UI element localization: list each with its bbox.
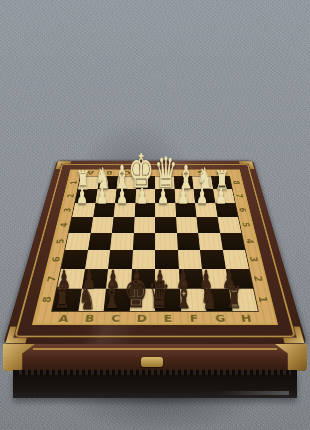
hinge-ridge bbox=[19, 370, 291, 375]
storage-box-base bbox=[13, 370, 297, 398]
chess-set-photo: ABCDEFGH ABCDEFGH 12345678 87654321 ♜♞♝♚… bbox=[0, 0, 310, 430]
board-square bbox=[115, 189, 136, 203]
board-square bbox=[204, 289, 232, 311]
rank-label: 5 bbox=[46, 236, 73, 246]
rank-label: 4 bbox=[237, 236, 264, 246]
board-square bbox=[177, 233, 200, 250]
rank-label: 5 bbox=[234, 220, 260, 229]
rank-label: 3 bbox=[240, 254, 268, 265]
board-square bbox=[155, 189, 175, 203]
rank-label: 1 bbox=[248, 293, 279, 306]
file-labels-near: ABCDEFGH bbox=[49, 311, 261, 325]
rank-label: 6 bbox=[231, 206, 256, 215]
board-square bbox=[175, 203, 197, 218]
file-label: D bbox=[136, 170, 155, 177]
board-square bbox=[95, 189, 116, 203]
rank-label: 3 bbox=[54, 206, 79, 215]
board-square bbox=[202, 269, 229, 289]
rank-label: 2 bbox=[58, 192, 82, 200]
rank-label: 4 bbox=[50, 220, 76, 229]
board-square bbox=[134, 203, 155, 218]
file-label: B bbox=[99, 170, 118, 177]
rank-label: 7 bbox=[228, 192, 252, 200]
rank-label: 1 bbox=[62, 179, 85, 186]
board-square bbox=[108, 250, 132, 269]
board-square bbox=[78, 289, 106, 311]
board-square bbox=[192, 176, 213, 189]
file-label: B bbox=[76, 311, 104, 325]
board-square bbox=[177, 250, 201, 269]
file-label: A bbox=[49, 311, 78, 325]
board-square bbox=[136, 176, 155, 189]
file-label: H bbox=[232, 311, 261, 325]
rank-label: 8 bbox=[31, 293, 62, 306]
board-square bbox=[112, 217, 134, 233]
board-square bbox=[195, 203, 217, 218]
board-square bbox=[97, 176, 118, 189]
board-square bbox=[155, 250, 178, 269]
brass-latch-icon bbox=[141, 357, 163, 367]
board-square bbox=[193, 189, 214, 203]
board-square bbox=[104, 289, 131, 311]
box-edge-highlight bbox=[219, 391, 289, 395]
board-square bbox=[174, 176, 194, 189]
board-square bbox=[132, 250, 155, 269]
board-square bbox=[114, 203, 136, 218]
board-square bbox=[155, 269, 180, 289]
file-label: C bbox=[102, 311, 129, 325]
board-square bbox=[88, 233, 112, 250]
board-square bbox=[155, 203, 176, 218]
file-label: H bbox=[210, 170, 230, 177]
file-label: G bbox=[191, 170, 210, 177]
board-square bbox=[117, 176, 137, 189]
board-square bbox=[133, 217, 155, 233]
board-square bbox=[130, 269, 155, 289]
board-square bbox=[178, 269, 204, 289]
board-square bbox=[200, 250, 225, 269]
file-label: E bbox=[155, 170, 174, 177]
gold-pinstripe bbox=[33, 348, 277, 350]
board-square bbox=[133, 233, 155, 250]
board-square bbox=[196, 217, 219, 233]
board-square bbox=[135, 189, 155, 203]
board-square bbox=[155, 233, 177, 250]
board-square bbox=[155, 176, 174, 189]
board-square bbox=[180, 289, 207, 311]
board-square bbox=[176, 217, 198, 233]
file-label: G bbox=[206, 311, 234, 325]
board-square bbox=[110, 233, 133, 250]
file-label: C bbox=[118, 170, 137, 177]
board-square bbox=[93, 203, 115, 218]
rank-label: 6 bbox=[41, 254, 69, 265]
file-labels-far: ABCDEFGH bbox=[81, 170, 230, 177]
board-squares bbox=[52, 176, 258, 311]
file-label: E bbox=[155, 311, 181, 325]
board-square bbox=[155, 217, 177, 233]
board-square bbox=[90, 217, 113, 233]
chess-board: ABCDEFGH ABCDEFGH 12345678 87654321 bbox=[3, 161, 307, 345]
file-label: A bbox=[81, 170, 101, 177]
file-label: F bbox=[181, 311, 208, 325]
rank-label: 7 bbox=[36, 273, 66, 285]
file-label: D bbox=[129, 311, 155, 325]
board-square bbox=[85, 250, 110, 269]
board-square bbox=[106, 269, 132, 289]
board-square bbox=[198, 233, 222, 250]
board-square bbox=[81, 269, 108, 289]
rank-label: 2 bbox=[244, 273, 274, 285]
board-square bbox=[129, 289, 155, 311]
board-square bbox=[174, 189, 195, 203]
rank-label: 8 bbox=[226, 179, 249, 186]
board-square bbox=[155, 289, 181, 311]
file-label: F bbox=[173, 170, 192, 177]
